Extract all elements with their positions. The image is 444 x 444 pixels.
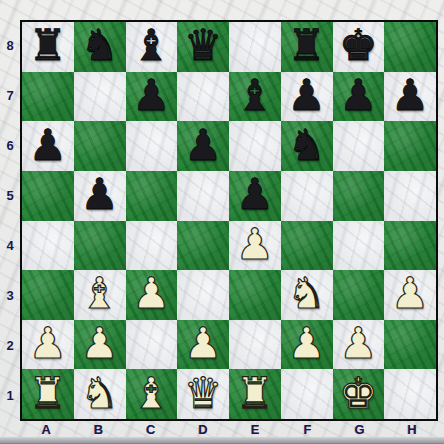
square-e4[interactable]: ♟ [229,221,281,271]
piece-white-rook-a1[interactable]: ♜ [29,372,68,415]
square-d3[interactable] [177,270,229,320]
square-c6[interactable] [126,121,178,171]
piece-white-rook-e1[interactable]: ♜ [236,372,275,415]
piece-white-pawn-d2[interactable]: ♟ [184,322,223,365]
square-h8[interactable] [384,22,436,72]
square-a6[interactable]: ♟ [22,121,74,171]
file-label-f: F [281,421,333,437]
square-c1[interactable]: ♝ [126,369,178,419]
piece-black-king-g8[interactable]: ♚ [339,24,378,67]
square-g1[interactable]: ♚ [333,369,385,419]
piece-white-pawn-c3[interactable]: ♟ [132,272,171,315]
piece-black-pawn-d6[interactable]: ♟ [184,124,223,167]
square-f2[interactable]: ♟ [281,320,333,370]
file-label-h: H [386,421,438,437]
square-h4[interactable] [384,221,436,271]
piece-white-knight-f3[interactable]: ♞ [287,272,326,315]
rank-label-1: 1 [0,371,20,421]
square-d2[interactable]: ♟ [177,320,229,370]
square-c8[interactable]: ♝ [126,22,178,72]
square-e1[interactable]: ♜ [229,369,281,419]
square-b7[interactable] [74,72,126,122]
piece-black-pawn-e5[interactable]: ♟ [236,173,275,216]
square-h1[interactable] [384,369,436,419]
square-a3[interactable] [22,270,74,320]
square-a2[interactable]: ♟ [22,320,74,370]
square-e6[interactable] [229,121,281,171]
square-c2[interactable] [126,320,178,370]
square-a5[interactable] [22,171,74,221]
square-b8[interactable]: ♞ [74,22,126,72]
square-a7[interactable] [22,72,74,122]
piece-black-rook-f8[interactable]: ♜ [287,24,326,67]
file-label-c: C [125,421,177,437]
square-f8[interactable]: ♜ [281,22,333,72]
square-c4[interactable] [126,221,178,271]
square-a8[interactable]: ♜ [22,22,74,72]
square-g3[interactable] [333,270,385,320]
square-h3[interactable]: ♟ [384,270,436,320]
file-label-b: B [72,421,124,437]
window-background: 87654321 ♜♞♝♛♜♚♟♝♟♟♟♟♟♞♟♟♟♝♟♞♟♟♟♟♟♟♜♞♝♛♜… [0,0,444,444]
square-c5[interactable] [126,171,178,221]
piece-black-pawn-h7[interactable]: ♟ [391,74,430,117]
square-c3[interactable]: ♟ [126,270,178,320]
square-h7[interactable]: ♟ [384,72,436,122]
file-labels: ABCDEFGH [20,421,438,437]
piece-black-queen-d8[interactable]: ♛ [184,24,223,67]
piece-black-bishop-e7[interactable]: ♝ [236,74,275,117]
square-f5[interactable] [281,171,333,221]
piece-white-pawn-f2[interactable]: ♟ [287,322,326,365]
square-e3[interactable] [229,270,281,320]
square-f1[interactable] [281,369,333,419]
piece-white-knight-b1[interactable]: ♞ [80,372,119,415]
chess-board: ♜♞♝♛♜♚♟♝♟♟♟♟♟♞♟♟♟♝♟♞♟♟♟♟♟♟♜♞♝♛♜♚ [20,20,438,421]
square-g5[interactable] [333,171,385,221]
square-e2[interactable] [229,320,281,370]
square-f7[interactable]: ♟ [281,72,333,122]
piece-white-pawn-g2[interactable]: ♟ [339,322,378,365]
square-e8[interactable] [229,22,281,72]
square-e5[interactable]: ♟ [229,171,281,221]
window-bottom-edge [0,437,444,444]
square-g4[interactable] [333,221,385,271]
square-d7[interactable] [177,72,229,122]
square-h2[interactable] [384,320,436,370]
square-d1[interactable]: ♛ [177,369,229,419]
square-a1[interactable]: ♜ [22,369,74,419]
rank-label-2: 2 [0,321,20,371]
file-label-d: D [177,421,229,437]
square-d8[interactable]: ♛ [177,22,229,72]
rank-label-4: 4 [0,221,20,271]
rank-label-6: 6 [0,120,20,170]
rank-label-7: 7 [0,70,20,120]
square-b4[interactable] [74,221,126,271]
piece-white-pawn-b2[interactable]: ♟ [80,322,119,365]
square-b5[interactable]: ♟ [74,171,126,221]
square-b3[interactable]: ♝ [74,270,126,320]
square-f4[interactable] [281,221,333,271]
piece-black-pawn-b5[interactable]: ♟ [80,173,119,216]
piece-white-pawn-e4[interactable]: ♟ [236,223,275,266]
square-g7[interactable]: ♟ [333,72,385,122]
piece-white-bishop-b3[interactable]: ♝ [80,272,119,315]
piece-white-king-g1[interactable]: ♚ [339,372,378,415]
file-label-a: A [20,421,72,437]
square-a4[interactable] [22,221,74,271]
piece-black-pawn-a6[interactable]: ♟ [29,124,68,167]
piece-black-knight-f6[interactable]: ♞ [287,124,326,167]
square-h5[interactable] [384,171,436,221]
square-h6[interactable] [384,121,436,171]
square-d6[interactable]: ♟ [177,121,229,171]
square-b2[interactable]: ♟ [74,320,126,370]
square-d4[interactable] [177,221,229,271]
square-f3[interactable]: ♞ [281,270,333,320]
piece-white-queen-d1[interactable]: ♛ [184,372,223,415]
piece-black-pawn-f7[interactable]: ♟ [287,74,326,117]
rank-label-3: 3 [0,271,20,321]
square-e7[interactable]: ♝ [229,72,281,122]
square-b1[interactable]: ♞ [74,369,126,419]
rank-label-5: 5 [0,170,20,220]
piece-black-pawn-c7[interactable]: ♟ [132,74,171,117]
file-label-e: E [229,421,281,437]
piece-white-bishop-c1[interactable]: ♝ [132,372,171,415]
square-f6[interactable]: ♞ [281,121,333,171]
file-label-g: G [334,421,386,437]
square-b6[interactable] [74,121,126,171]
square-d5[interactable] [177,171,229,221]
piece-black-bishop-c8[interactable]: ♝ [132,24,171,67]
piece-black-pawn-g7[interactable]: ♟ [339,74,378,117]
piece-black-rook-a8[interactable]: ♜ [29,24,68,67]
rank-labels: 87654321 [0,20,20,421]
piece-black-knight-b8[interactable]: ♞ [80,24,119,67]
square-c7[interactable]: ♟ [126,72,178,122]
piece-white-pawn-a2[interactable]: ♟ [29,322,68,365]
rank-label-8: 8 [0,20,20,70]
square-g2[interactable]: ♟ [333,320,385,370]
square-g8[interactable]: ♚ [333,22,385,72]
square-g6[interactable] [333,121,385,171]
piece-white-pawn-h3[interactable]: ♟ [391,272,430,315]
